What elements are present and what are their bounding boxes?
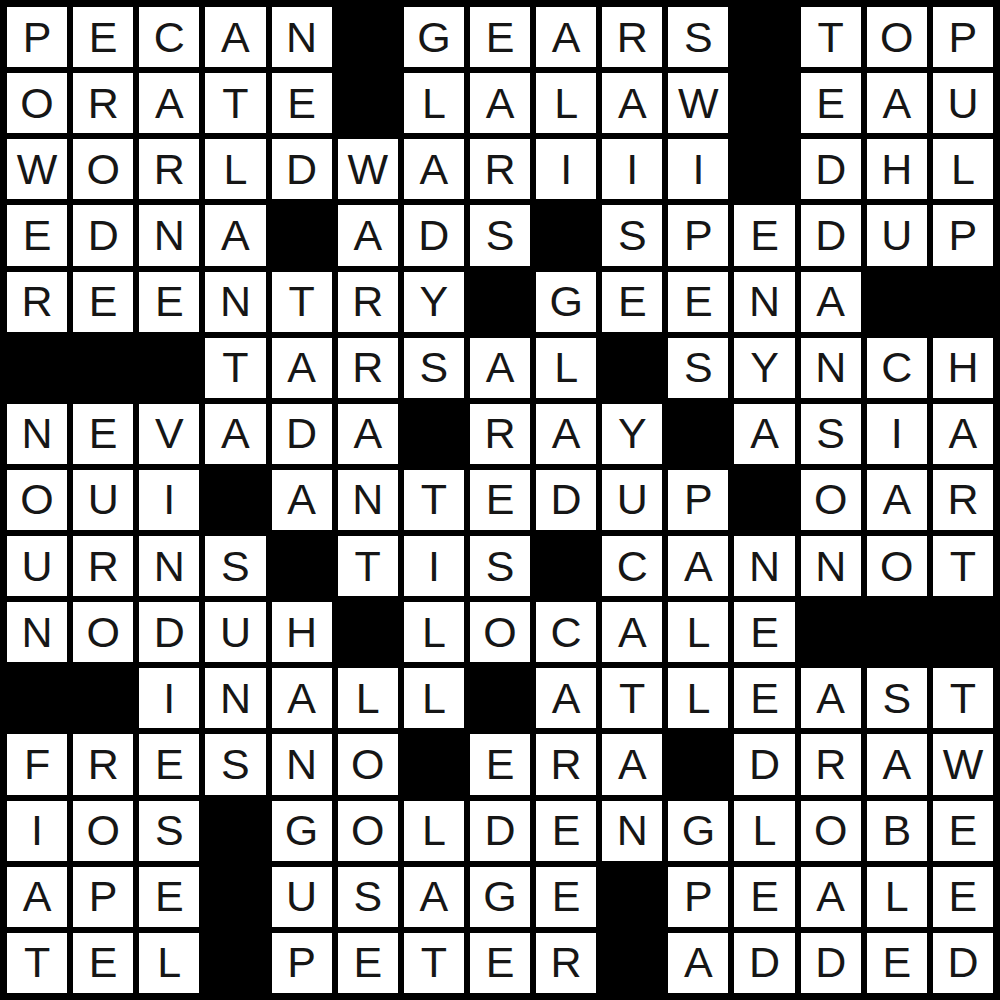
letter-cell[interactable]: R [73,73,133,133]
cell-letter: R [551,743,582,786]
letter-cell[interactable]: R [470,139,530,199]
letter-cell[interactable]: D [139,602,199,662]
cell-letter: I [560,148,572,191]
letter-cell[interactable]: I [139,668,199,728]
letter-cell[interactable]: A [801,272,861,332]
letter-cell[interactable]: L [404,73,464,133]
letter-cell[interactable]: L [536,73,596,133]
cell-letter: I [163,677,175,720]
cell-letter: C [154,16,185,59]
letter-cell[interactable]: N [272,7,332,67]
letter-cell[interactable]: S [867,668,927,728]
cell-letter: L [356,677,380,720]
letter-cell[interactable]: N [272,734,332,794]
cell-letter: O [20,82,53,125]
letter-cell[interactable]: A [272,470,332,530]
letter-cell[interactable]: N [602,801,662,861]
letter-cell[interactable]: E [734,668,794,728]
letter-cell[interactable]: E [734,867,794,927]
letter-cell[interactable]: B [867,801,927,861]
letter-cell[interactable]: R [73,734,133,794]
letter-cell[interactable]: R [602,7,662,67]
letter-cell[interactable]: W [7,139,67,199]
letter-cell[interactable]: A [272,338,332,398]
cell-letter: D [88,214,119,257]
letter-cell[interactable]: O [7,470,67,530]
letter-cell[interactable]: P [73,867,133,927]
letter-cell[interactable]: R [7,272,67,332]
letter-cell[interactable]: F [7,734,67,794]
black-cell [867,272,927,332]
cell-letter: N [286,743,317,786]
letter-cell[interactable]: D [536,470,596,530]
letter-cell[interactable]: R [470,404,530,464]
letter-cell[interactable]: E [470,470,530,530]
letter-cell[interactable]: L [734,801,794,861]
cell-letter: L [885,875,909,918]
cell-letter: T [619,677,645,720]
cell-letter: E [750,875,779,918]
letter-cell[interactable]: G [404,7,464,67]
cell-letter: O [20,478,53,521]
letter-cell[interactable]: D [470,801,530,861]
letter-cell[interactable]: I [867,404,927,464]
cell-letter: G [549,280,582,323]
cell-letter: A [882,743,911,786]
cell-letter: E [618,280,647,323]
cell-letter: L [686,677,710,720]
letter-cell[interactable]: A [470,73,530,133]
letter-cell[interactable]: S [205,536,265,596]
letter-cell[interactable]: D [272,404,332,464]
cell-letter: A [353,214,382,257]
letter-cell[interactable]: A [867,470,927,530]
letter-cell[interactable]: L [205,139,265,199]
cell-letter: L [157,941,181,984]
cell-letter: E [486,478,515,521]
black-cell [734,7,794,67]
letter-cell[interactable]: Y [404,272,464,332]
cell-letter: A [684,545,713,588]
letter-cell[interactable]: A [602,73,662,133]
cell-letter: S [684,16,713,59]
letter-cell[interactable]: I [139,470,199,530]
letter-cell[interactable]: S [801,404,861,464]
letter-cell[interactable]: A [404,139,464,199]
black-cell [404,404,464,464]
letter-cell[interactable]: R [536,734,596,794]
black-cell [272,536,332,596]
letter-cell[interactable]: A [933,404,993,464]
black-cell [7,338,67,398]
letter-cell[interactable]: W [668,73,728,133]
crossword-grid: PECANGEARSTOPORATELALAWEAUWORLDWARIIIDHL… [0,0,1000,1000]
black-cell [602,338,662,398]
letter-cell[interactable]: H [272,602,332,662]
letter-cell[interactable]: A [536,668,596,728]
cell-letter: E [155,280,184,323]
letter-cell[interactable]: O [801,801,861,861]
letter-cell[interactable]: E [272,73,332,133]
cell-letter: D [484,809,515,852]
letter-cell[interactable]: O [338,801,398,861]
cell-letter: O [351,809,384,852]
letter-cell[interactable]: I [404,536,464,596]
letter-cell[interactable]: S [404,338,464,398]
cell-letter: W [678,82,719,125]
cell-letter: S [486,545,515,588]
letter-cell[interactable]: S [668,7,728,67]
letter-cell[interactable]: P [933,7,993,67]
letter-cell[interactable]: U [7,536,67,596]
letter-cell[interactable]: O [338,734,398,794]
letter-cell[interactable]: T [933,668,993,728]
letter-cell[interactable]: P [668,205,728,265]
letter-cell[interactable]: O [801,470,861,530]
letter-cell[interactable]: U [73,470,133,530]
letter-cell[interactable]: A [338,404,398,464]
cell-letter: A [684,941,713,984]
letter-cell[interactable]: E [7,205,67,265]
black-cell [602,867,662,927]
letter-cell[interactable]: E [801,73,861,133]
cell-letter: R [88,743,119,786]
cell-letter: E [486,16,515,59]
letter-cell[interactable]: D [73,205,133,265]
letter-cell[interactable]: H [933,338,993,398]
cell-letter: E [949,875,978,918]
cell-letter: A [882,82,911,125]
black-cell [73,338,133,398]
cell-letter: R [22,280,53,323]
letter-cell[interactable]: N [734,536,794,596]
cell-letter: D [154,611,185,654]
letter-cell[interactable]: T [801,7,861,67]
cell-letter: R [88,82,119,125]
letter-cell[interactable]: C [536,602,596,662]
letter-cell[interactable]: P [668,470,728,530]
cell-letter: S [155,809,184,852]
crossword-page: PECANGEARSTOPORATELALAWEAUWORLDWARIIIDHL… [0,0,1000,1000]
cell-letter: S [353,875,382,918]
cell-letter: T [24,941,50,984]
letter-cell[interactable]: N [801,536,861,596]
letter-cell[interactable]: P [933,205,993,265]
letter-cell[interactable]: A [867,734,927,794]
letter-cell[interactable]: E [602,272,662,332]
black-cell [536,205,596,265]
letter-cell[interactable]: C [139,7,199,67]
letter-cell[interactable]: A [404,867,464,927]
cell-letter: V [155,412,184,455]
letter-cell[interactable]: R [73,536,133,596]
letter-cell[interactable]: O [73,602,133,662]
cell-letter: A [949,412,978,455]
letter-cell[interactable]: T [205,73,265,133]
letter-cell[interactable]: E [470,7,530,67]
cell-letter: U [881,214,912,257]
letter-cell[interactable]: L [338,668,398,728]
cell-letter: U [22,545,53,588]
letter-cell[interactable]: R [338,338,398,398]
letter-cell[interactable]: T [602,668,662,728]
letter-cell[interactable]: O [7,73,67,133]
letter-cell[interactable]: E [933,801,993,861]
letter-cell[interactable]: I [602,139,662,199]
letter-cell[interactable]: I [7,801,67,861]
letter-cell[interactable]: A [139,73,199,133]
letter-cell[interactable]: D [801,139,861,199]
black-cell [338,73,398,133]
letter-cell[interactable]: U [205,602,265,662]
letter-cell[interactable]: U [272,867,332,927]
letter-cell[interactable]: A [734,404,794,464]
letter-cell[interactable]: L [668,602,728,662]
letter-cell[interactable]: I [536,139,596,199]
letter-cell[interactable]: V [139,404,199,464]
letter-cell[interactable]: N [7,602,67,662]
letter-cell[interactable]: E [734,205,794,265]
letter-cell[interactable]: S [470,205,530,265]
letter-cell[interactable]: E [867,933,927,993]
letter-cell[interactable]: T [404,933,464,993]
letter-cell[interactable]: A [536,404,596,464]
letter-cell[interactable]: U [867,205,927,265]
cell-letter: T [950,545,976,588]
letter-cell[interactable]: A [205,205,265,265]
cell-letter: W [943,743,984,786]
cell-letter: D [418,214,449,257]
letter-cell[interactable]: S [602,205,662,265]
cell-letter: S [882,677,911,720]
letter-cell[interactable]: A [602,602,662,662]
cell-letter: P [89,875,118,918]
letter-cell[interactable]: T [933,536,993,596]
cell-letter: T [355,545,381,588]
letter-cell[interactable]: G [272,801,332,861]
letter-cell[interactable]: A [470,338,530,398]
cell-letter: O [814,478,847,521]
letter-cell[interactable]: T [404,470,464,530]
letter-cell[interactable]: P [7,7,67,67]
letter-cell[interactable]: E [73,404,133,464]
letter-cell[interactable]: Y [602,404,662,464]
cell-letter: L [422,809,446,852]
cell-letter: A [816,280,845,323]
letter-cell[interactable]: L [867,867,927,927]
letter-cell[interactable]: A [801,668,861,728]
letter-cell[interactable]: N [139,205,199,265]
letter-cell[interactable]: N [734,272,794,332]
cell-letter: I [626,148,638,191]
letter-cell[interactable]: A [205,404,265,464]
cell-letter: O [880,16,913,59]
letter-cell[interactable]: A [338,205,398,265]
letter-cell[interactable]: L [668,668,728,728]
letter-cell[interactable]: I [668,139,728,199]
letter-cell[interactable]: E [470,734,530,794]
letter-cell[interactable]: E [933,867,993,927]
letter-cell[interactable]: P [668,867,728,927]
cell-letter: Y [420,280,449,323]
letter-cell[interactable]: O [73,139,133,199]
cell-letter: B [882,809,911,852]
letter-cell[interactable]: T [272,272,332,332]
black-cell [205,470,265,530]
letter-cell[interactable]: O [867,536,927,596]
letter-cell[interactable]: S [338,867,398,927]
black-cell [205,801,265,861]
cell-letter: E [486,743,515,786]
letter-cell[interactable]: O [470,602,530,662]
cell-letter: D [815,214,846,257]
letter-cell[interactable]: A [7,867,67,927]
letter-cell[interactable]: A [668,933,728,993]
letter-cell[interactable]: A [801,867,861,927]
black-cell [668,734,728,794]
letter-cell[interactable]: N [205,668,265,728]
cell-letter: E [949,809,978,852]
letter-cell[interactable]: D [404,205,464,265]
letter-cell[interactable]: E [139,272,199,332]
letter-cell[interactable]: E [734,602,794,662]
cell-letter: P [949,214,978,257]
cell-letter: A [750,412,779,455]
letter-cell[interactable]: D [272,139,332,199]
letter-cell[interactable]: L [404,602,464,662]
cell-letter: A [420,148,449,191]
letter-cell[interactable]: E [536,801,596,861]
letter-cell[interactable]: U [933,73,993,133]
letter-cell[interactable]: T [205,338,265,398]
letter-cell[interactable]: E [536,867,596,927]
letter-cell[interactable]: R [139,139,199,199]
letter-cell[interactable]: D [801,933,861,993]
cell-letter: C [617,545,648,588]
cell-letter: S [221,743,250,786]
letter-cell[interactable]: R [536,933,596,993]
cell-letter: D [749,743,780,786]
letter-cell[interactable]: P [272,933,332,993]
black-cell [73,668,133,728]
letter-cell[interactable]: L [933,139,993,199]
letter-cell[interactable]: E [668,272,728,332]
letter-cell[interactable]: C [602,536,662,596]
cell-letter: A [618,743,647,786]
black-cell [470,668,530,728]
letter-cell[interactable]: R [933,470,993,530]
letter-cell[interactable]: E [73,933,133,993]
cell-letter: R [947,478,978,521]
letter-cell[interactable]: D [734,933,794,993]
letter-cell[interactable]: U [602,470,662,530]
cell-letter: N [286,16,317,59]
cell-letter: A [552,412,581,455]
letter-cell[interactable]: N [338,470,398,530]
cell-letter: H [947,346,978,389]
letter-cell[interactable]: C [867,338,927,398]
black-cell [536,536,596,596]
letter-cell[interactable]: W [338,139,398,199]
cell-letter: I [891,412,903,455]
letter-cell[interactable]: W [933,734,993,794]
cell-letter: N [352,478,383,521]
cell-letter: E [552,809,581,852]
cell-letter: Y [750,346,779,389]
cell-letter: A [552,16,581,59]
letter-cell[interactable]: E [139,734,199,794]
letter-cell[interactable]: D [734,734,794,794]
cell-letter: E [552,875,581,918]
letter-cell[interactable]: E [73,7,133,67]
letter-cell[interactable]: A [536,7,596,67]
cell-letter: N [220,677,251,720]
letter-cell[interactable]: R [338,272,398,332]
letter-cell[interactable]: L [404,668,464,728]
letter-cell[interactable]: S [470,536,530,596]
cell-letter: A [155,82,184,125]
letter-cell[interactable]: O [73,801,133,861]
letter-cell[interactable]: D [801,205,861,265]
cell-letter: A [618,611,647,654]
letter-cell[interactable]: D [933,933,993,993]
cell-letter: S [618,214,647,257]
letter-cell[interactable]: T [7,933,67,993]
letter-cell[interactable]: A [867,73,927,133]
cell-letter: T [288,280,314,323]
letter-cell[interactable]: S [139,801,199,861]
cell-letter: S [420,346,449,389]
letter-cell[interactable]: N [139,536,199,596]
letter-cell[interactable]: H [867,139,927,199]
letter-cell[interactable]: N [7,404,67,464]
letter-cell[interactable]: T [338,536,398,596]
cell-letter: O [351,743,384,786]
letter-cell[interactable]: A [602,734,662,794]
letter-cell[interactable]: L [536,338,596,398]
cell-letter: A [221,412,250,455]
letter-cell[interactable]: R [801,734,861,794]
letter-cell[interactable]: A [668,536,728,596]
black-cell [338,602,398,662]
letter-cell[interactable]: Y [734,338,794,398]
letter-cell[interactable]: G [470,867,530,927]
letter-cell[interactable]: L [139,933,199,993]
letter-cell[interactable]: S [668,338,728,398]
cell-letter: S [684,346,713,389]
cell-letter: N [22,611,53,654]
letter-cell[interactable]: G [668,801,728,861]
letter-cell[interactable]: E [139,867,199,927]
letter-cell[interactable]: N [205,272,265,332]
letter-cell[interactable]: S [205,734,265,794]
cell-letter: L [422,611,446,654]
letter-cell[interactable]: E [73,272,133,332]
black-cell [470,272,530,332]
letter-cell[interactable]: A [272,668,332,728]
letter-cell[interactable]: E [338,933,398,993]
cell-letter: L [422,677,446,720]
letter-cell[interactable]: O [867,7,927,67]
letter-cell[interactable]: L [404,801,464,861]
cell-letter: G [682,809,715,852]
letter-cell[interactable]: G [536,272,596,332]
letter-cell[interactable]: A [205,7,265,67]
letter-cell[interactable]: E [470,933,530,993]
cell-letter: R [484,148,515,191]
cell-letter: O [483,611,516,654]
letter-cell[interactable]: N [801,338,861,398]
